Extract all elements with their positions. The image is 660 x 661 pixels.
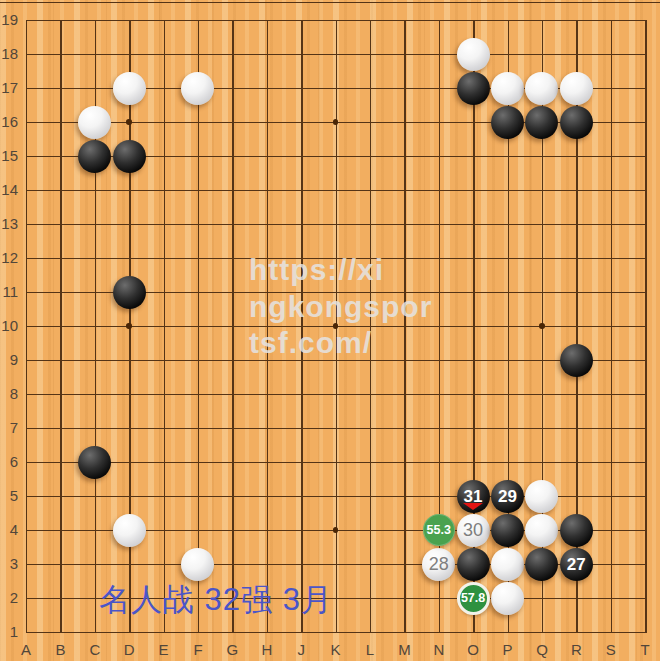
watermark-url: https://xi ngkongspor tsf.com/ (249, 252, 432, 362)
row-label-18: 18 (0, 45, 18, 63)
stone-white-C16[interactable] (78, 106, 111, 139)
row-label-19: 19 (0, 11, 18, 29)
ai-hint-O2[interactable]: 57.8 (457, 582, 490, 615)
stone-black-C6[interactable] (78, 446, 111, 479)
stone-white-Q17[interactable] (525, 72, 558, 105)
go-board-screenshot: 312930282755.357.8 191817161514131211109… (0, 0, 660, 661)
column-label-O: O (462, 641, 484, 659)
watermark-line-2: ngkongspor (249, 289, 432, 326)
row-label-17: 17 (0, 79, 18, 97)
column-label-K: K (325, 641, 347, 659)
column-label-T: T (634, 641, 656, 659)
stone-black-C15[interactable] (78, 140, 111, 173)
last-move-marker (463, 503, 483, 510)
row-label-1: 1 (0, 623, 18, 641)
stone-white-D4[interactable] (113, 514, 146, 547)
row-label-16: 16 (0, 113, 18, 131)
stone-black-R16[interactable] (560, 106, 593, 139)
row-label-12: 12 (0, 249, 18, 267)
row-label-15: 15 (0, 147, 18, 165)
column-label-B: B (49, 641, 71, 659)
move-number-27: 27 (567, 556, 586, 573)
watermark-line-1: https://xi (249, 252, 432, 289)
column-label-G: G (221, 641, 243, 659)
stone-black-O17[interactable] (457, 72, 490, 105)
stone-white-F3[interactable] (181, 548, 214, 581)
column-label-R: R (565, 641, 587, 659)
row-label-7: 7 (0, 419, 18, 437)
column-label-F: F (187, 641, 209, 659)
column-label-S: S (600, 641, 622, 659)
stone-black-R3[interactable]: 27 (560, 548, 593, 581)
column-label-Q: Q (531, 641, 553, 659)
move-number-28: 28 (429, 555, 449, 573)
stone-black-P16[interactable] (491, 106, 524, 139)
stone-black-Q16[interactable] (525, 106, 558, 139)
row-label-13: 13 (0, 215, 18, 233)
row-label-2: 2 (0, 589, 18, 607)
star-point-D10 (126, 323, 132, 329)
star-point-K4 (333, 527, 339, 533)
row-label-10: 10 (0, 317, 18, 335)
column-label-J: J (290, 641, 312, 659)
stone-white-O4[interactable]: 30 (457, 514, 490, 547)
column-label-H: H (256, 641, 278, 659)
move-number-30: 30 (463, 521, 483, 539)
column-label-M: M (393, 641, 415, 659)
column-label-C: C (84, 641, 106, 659)
stone-white-R17[interactable] (560, 72, 593, 105)
stone-white-N3[interactable]: 28 (422, 548, 455, 581)
stone-black-D11[interactable] (113, 276, 146, 309)
star-point-D16 (126, 119, 132, 125)
ai-hint-N4[interactable]: 55.3 (423, 514, 455, 546)
row-label-14: 14 (0, 181, 18, 199)
stone-black-O5[interactable]: 31 (457, 480, 490, 513)
tournament-caption: 名人战 32强 3月 (99, 583, 333, 617)
stone-black-O3[interactable] (457, 548, 490, 581)
star-point-K16 (333, 119, 339, 125)
move-number-29: 29 (498, 488, 517, 505)
row-label-4: 4 (0, 521, 18, 539)
stone-white-D17[interactable] (113, 72, 146, 105)
stone-white-O18[interactable] (457, 38, 490, 71)
stone-black-D15[interactable] (113, 140, 146, 173)
column-label-D: D (118, 641, 140, 659)
row-label-6: 6 (0, 453, 18, 471)
stone-white-P3[interactable] (491, 548, 524, 581)
row-label-3: 3 (0, 555, 18, 573)
row-label-8: 8 (0, 385, 18, 403)
stone-black-R4[interactable] (560, 514, 593, 547)
star-point-Q10 (539, 323, 545, 329)
column-label-P: P (497, 641, 519, 659)
stone-white-Q4[interactable] (525, 514, 558, 547)
row-label-11: 11 (0, 283, 18, 301)
column-label-A: A (15, 641, 37, 659)
stone-black-Q3[interactable] (525, 548, 558, 581)
column-label-E: E (153, 641, 175, 659)
column-label-N: N (428, 641, 450, 659)
stone-black-P5[interactable]: 29 (491, 480, 524, 513)
stone-black-P4[interactable] (491, 514, 524, 547)
stone-white-P2[interactable] (491, 582, 524, 615)
watermark-line-3: tsf.com/ (249, 325, 432, 362)
row-label-5: 5 (0, 487, 18, 505)
stone-white-P17[interactable] (491, 72, 524, 105)
stone-white-Q5[interactable] (525, 480, 558, 513)
stone-white-F17[interactable] (181, 72, 214, 105)
column-label-L: L (359, 641, 381, 659)
row-label-9: 9 (0, 351, 18, 369)
stone-black-R9[interactable] (560, 344, 593, 377)
